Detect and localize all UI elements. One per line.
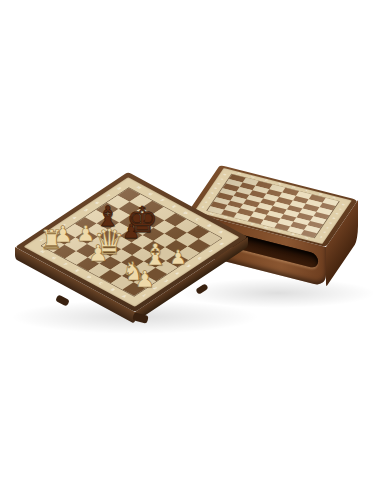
chess-set-product-photo: HHGGFFEEDDCCBBAA8877665544332211 HHGGFFE… — [0, 0, 381, 492]
box-ground-shadow — [180, 278, 376, 308]
